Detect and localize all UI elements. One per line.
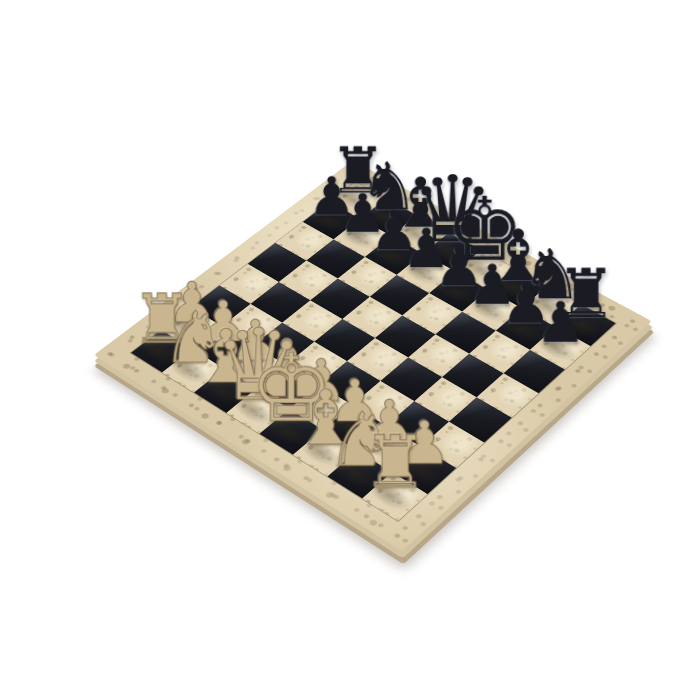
product-photo-stage: ♜♞♝♛♚♝♞♜♟♟♟♟♟♟♟♟♟♟♟♟♟♟♟♟♜♞♝♛♚♝♞♜ — [0, 0, 690, 690]
square-f5 — [408, 334, 469, 377]
chess-board-grid: ♜♞♝♛♚♝♞♜♟♟♟♟♟♟♟♟♟♟♟♟♟♟♟♟♜♞♝♛♚♝♞♜ — [131, 182, 616, 521]
marble-board-slab: ♜♞♝♛♚♝♞♜♟♟♟♟♟♟♟♟♟♟♟♟♟♟♟♟♜♞♝♛♚♝♞♜ — [94, 160, 652, 551]
square-g6 — [469, 331, 530, 374]
square-h7: ♟ — [530, 327, 591, 369]
square-h1: ♜ — [362, 472, 427, 521]
piece-black-pawn-h7: ♟ — [535, 296, 585, 348]
piece-white-rook-h1: ♜ — [362, 429, 428, 496]
chess-board-scene: ♜♞♝♛♚♝♞♜♟♟♟♟♟♟♟♟♟♟♟♟♟♟♟♟♜♞♝♛♚♝♞♜ — [94, 160, 652, 551]
